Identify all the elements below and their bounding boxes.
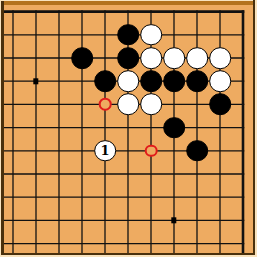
black-stone <box>117 47 139 69</box>
black-stone <box>117 24 139 46</box>
red-circle-marker <box>145 145 158 158</box>
black-stone <box>71 47 93 69</box>
white-stone <box>209 70 231 92</box>
white-stone <box>140 24 162 46</box>
frame-top-band <box>0 1 257 5</box>
white-stone <box>117 70 139 92</box>
frame-left-highlight <box>0 0 1 257</box>
white-stone <box>117 94 139 116</box>
black-stone <box>140 70 162 92</box>
go-board-diagram: 1 <box>0 0 257 257</box>
black-stone <box>94 70 116 92</box>
black-stone <box>209 94 231 116</box>
star-point <box>33 78 38 83</box>
black-stone <box>186 70 208 92</box>
star-point <box>171 218 176 223</box>
frame-right-highlight <box>255 0 257 257</box>
black-stone <box>163 117 185 139</box>
black-stone <box>163 70 185 92</box>
white-stone <box>140 94 162 116</box>
black-stone <box>186 140 208 162</box>
stones-layer: 1 <box>0 0 257 257</box>
red-circle-marker <box>99 98 112 111</box>
stone-label: 1 <box>95 141 115 161</box>
white-stone-1: 1 <box>94 140 116 162</box>
white-stone <box>209 47 231 69</box>
white-stone <box>140 47 162 69</box>
white-stone <box>163 47 185 69</box>
frame-left-edge <box>1 1 3 257</box>
white-stone <box>186 47 208 69</box>
